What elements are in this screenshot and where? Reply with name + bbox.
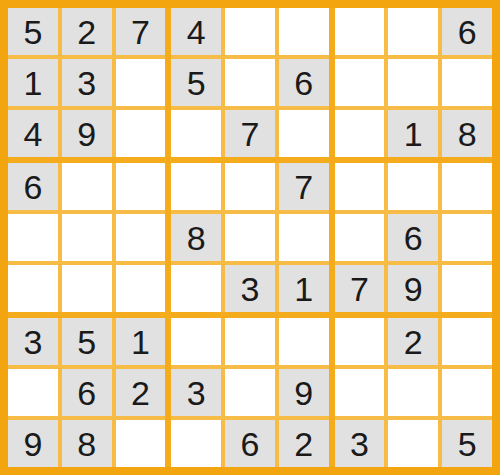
cell-r2c1-given: 1 (8, 59, 58, 106)
cell-r4c7-empty[interactable] (335, 163, 385, 210)
cell-r7c3-given: 1 (116, 318, 166, 365)
cell-r1c8-empty[interactable] (388, 8, 438, 55)
cell-r5c5-empty[interactable] (225, 214, 275, 261)
cell-r1c5-empty[interactable] (225, 8, 275, 55)
cell-r6c4-empty[interactable] (171, 265, 221, 312)
cell-r8c1-empty[interactable] (8, 369, 58, 416)
cell-r2c6-given: 6 (279, 59, 329, 106)
box-1-2: 4567 (171, 8, 328, 157)
cell-r9c2-given: 8 (62, 420, 112, 467)
cell-r9c8-empty[interactable] (388, 420, 438, 467)
cell-r6c9-empty[interactable] (442, 265, 492, 312)
box-3-2: 3962 (171, 318, 328, 467)
cell-r8c8-empty[interactable] (388, 369, 438, 416)
cell-r2c3-empty[interactable] (116, 59, 166, 106)
cell-r1c1-given: 5 (8, 8, 58, 55)
cell-r1c7-empty[interactable] (335, 8, 385, 55)
cell-r3c3-empty[interactable] (116, 110, 166, 157)
cell-r3c8-given: 1 (388, 110, 438, 157)
cell-r9c3-empty[interactable] (116, 420, 166, 467)
sudoku-board: 527134945676186783167935162983962235 (0, 0, 500, 475)
cell-r2c4-given: 5 (171, 59, 221, 106)
cell-r4c9-empty[interactable] (442, 163, 492, 210)
cell-r5c4-given: 8 (171, 214, 221, 261)
box-3-1: 3516298 (8, 318, 165, 467)
cell-r6c7-given: 7 (335, 265, 385, 312)
cell-r5c1-empty[interactable] (8, 214, 58, 261)
cell-r1c2-given: 2 (62, 8, 112, 55)
cell-r9c5-given: 6 (225, 420, 275, 467)
cell-r6c8-given: 9 (388, 265, 438, 312)
cell-r7c5-empty[interactable] (225, 318, 275, 365)
cell-r4c6-given: 7 (279, 163, 329, 210)
cell-r3c6-empty[interactable] (279, 110, 329, 157)
box-2-1: 6 (8, 163, 165, 312)
cell-r1c6-empty[interactable] (279, 8, 329, 55)
cell-r8c7-empty[interactable] (335, 369, 385, 416)
cell-r2c2-given: 3 (62, 59, 112, 106)
cell-r2c9-empty[interactable] (442, 59, 492, 106)
cell-r6c3-empty[interactable] (116, 265, 166, 312)
cell-r7c9-empty[interactable] (442, 318, 492, 365)
cell-r8c2-given: 6 (62, 369, 112, 416)
box-1-1: 5271349 (8, 8, 165, 157)
cell-r8c4-given: 3 (171, 369, 221, 416)
cell-r3c5-given: 7 (225, 110, 275, 157)
cell-r7c4-empty[interactable] (171, 318, 221, 365)
cell-r5c3-empty[interactable] (116, 214, 166, 261)
cell-r4c8-empty[interactable] (388, 163, 438, 210)
cell-r7c7-empty[interactable] (335, 318, 385, 365)
cell-r5c7-empty[interactable] (335, 214, 385, 261)
cell-r3c9-given: 8 (442, 110, 492, 157)
cell-r9c4-empty[interactable] (171, 420, 221, 467)
box-3-3: 235 (335, 318, 492, 467)
cell-r2c5-empty[interactable] (225, 59, 275, 106)
cell-r9c6-given: 2 (279, 420, 329, 467)
cell-r1c3-given: 7 (116, 8, 166, 55)
cell-r2c8-empty[interactable] (388, 59, 438, 106)
cell-r5c6-empty[interactable] (279, 214, 329, 261)
box-2-3: 679 (335, 163, 492, 312)
cell-r9c7-given: 3 (335, 420, 385, 467)
cell-r2c7-empty[interactable] (335, 59, 385, 106)
cell-r7c6-empty[interactable] (279, 318, 329, 365)
cell-r7c1-given: 3 (8, 318, 58, 365)
cell-r6c2-empty[interactable] (62, 265, 112, 312)
cell-r3c7-empty[interactable] (335, 110, 385, 157)
cell-r4c1-given: 6 (8, 163, 58, 210)
cell-r5c2-empty[interactable] (62, 214, 112, 261)
cell-r8c3-given: 2 (116, 369, 166, 416)
cell-r3c1-given: 4 (8, 110, 58, 157)
cell-r9c9-given: 5 (442, 420, 492, 467)
cell-r8c6-given: 9 (279, 369, 329, 416)
box-2-2: 7831 (171, 163, 328, 312)
cell-r6c5-given: 3 (225, 265, 275, 312)
cell-r1c4-given: 4 (171, 8, 221, 55)
cell-r5c8-given: 6 (388, 214, 438, 261)
cell-r3c4-empty[interactable] (171, 110, 221, 157)
cell-r4c4-empty[interactable] (171, 163, 221, 210)
cell-r1c9-given: 6 (442, 8, 492, 55)
cell-r4c3-empty[interactable] (116, 163, 166, 210)
box-1-3: 618 (335, 8, 492, 157)
cell-r4c5-empty[interactable] (225, 163, 275, 210)
cell-r8c9-empty[interactable] (442, 369, 492, 416)
cell-r9c1-given: 9 (8, 420, 58, 467)
cell-r7c2-given: 5 (62, 318, 112, 365)
cell-r5c9-empty[interactable] (442, 214, 492, 261)
cell-r7c8-given: 2 (388, 318, 438, 365)
cell-r6c6-given: 1 (279, 265, 329, 312)
cell-r8c5-empty[interactable] (225, 369, 275, 416)
cell-r4c2-empty[interactable] (62, 163, 112, 210)
cell-r3c2-given: 9 (62, 110, 112, 157)
cell-r6c1-empty[interactable] (8, 265, 58, 312)
